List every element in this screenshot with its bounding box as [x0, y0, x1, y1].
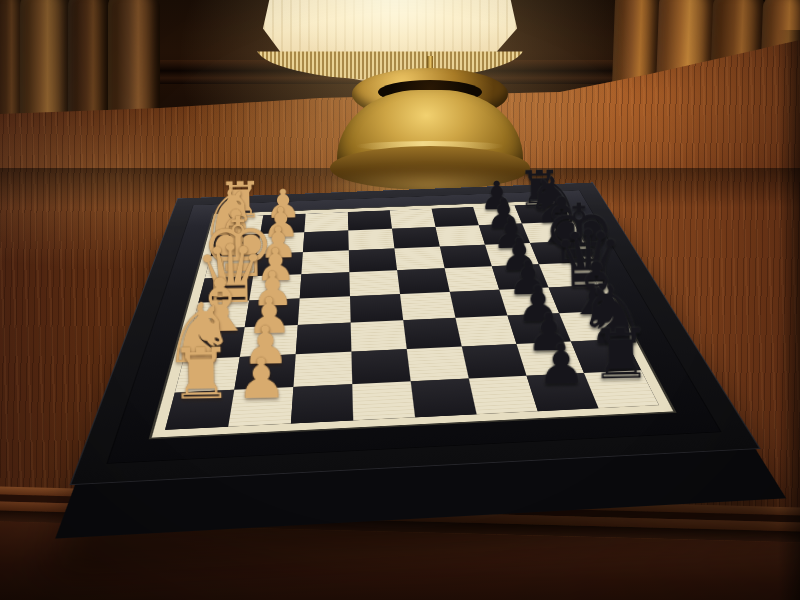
square-f4[interactable]	[349, 249, 397, 273]
square-c4[interactable]	[351, 320, 407, 352]
square-e6[interactable]	[445, 266, 500, 292]
square-d4[interactable]	[350, 294, 403, 323]
square-d5[interactable]	[400, 292, 455, 320]
square-c5[interactable]	[403, 318, 462, 349]
square-g3[interactable]	[303, 230, 349, 252]
square-g6[interactable]	[436, 225, 486, 246]
square-b6[interactable]	[462, 344, 527, 379]
square-d6[interactable]	[450, 290, 508, 318]
square-h4[interactable]	[348, 210, 392, 230]
square-a8[interactable]: ♜	[584, 370, 659, 408]
square-c6[interactable]	[455, 315, 516, 346]
board-field: ♜♟♟♜♞♟♟♞♝♟♟♝♚♟♟♚♛♟♟♛♝♟♟♝♞♟♟♞♜♟♟♜	[165, 204, 659, 430]
square-h3[interactable]	[304, 212, 348, 232]
square-f6[interactable]	[440, 245, 492, 268]
square-a3[interactable]	[291, 384, 353, 423]
square-e4[interactable]	[349, 270, 400, 296]
piece-white-pawn-a2[interactable]: ♟	[231, 350, 293, 407]
piece-black-rook-a8[interactable]: ♜	[590, 319, 651, 389]
board-perspective-scene: ♜♟♟♜♞♟♟♞♝♟♟♝♚♟♟♚♛♟♟♛♝♟♟♝♞♟♟♞♜♟♟♜	[0, 49, 800, 539]
square-f5[interactable]	[394, 247, 444, 271]
photo-scene: ♜♟♟♜♞♟♟♞♝♟♟♝♚♟♟♚♛♟♟♛♝♟♟♝♞♟♟♞♜♟♟♜	[0, 0, 800, 600]
square-e5[interactable]	[397, 268, 450, 294]
square-a5[interactable]	[411, 379, 477, 418]
piece-white-rook-a1[interactable]: ♜	[169, 338, 231, 410]
square-a7[interactable]: ♟	[527, 373, 599, 411]
square-b5[interactable]	[407, 347, 469, 382]
piece-black-pawn-a7[interactable]: ♟	[531, 336, 592, 392]
square-g4[interactable]	[348, 229, 394, 251]
square-f3[interactable]	[301, 250, 349, 274]
square-a1[interactable]: ♜	[165, 390, 234, 430]
square-h5[interactable]	[390, 209, 436, 229]
square-g5[interactable]	[392, 227, 440, 249]
square-h6[interactable]	[432, 207, 479, 227]
square-b3[interactable]	[293, 352, 352, 387]
square-b4[interactable]	[351, 349, 410, 384]
square-a2[interactable]: ♟	[228, 387, 293, 427]
square-c3[interactable]	[296, 323, 352, 355]
square-a4[interactable]	[352, 381, 415, 420]
square-e3[interactable]	[300, 272, 350, 298]
chess-board: ♜♟♟♜♞♟♟♞♝♟♟♝♚♟♟♚♛♟♟♛♝♟♟♝♞♟♟♞♜♟♟♜	[69, 182, 760, 485]
square-d3[interactable]	[298, 296, 351, 325]
